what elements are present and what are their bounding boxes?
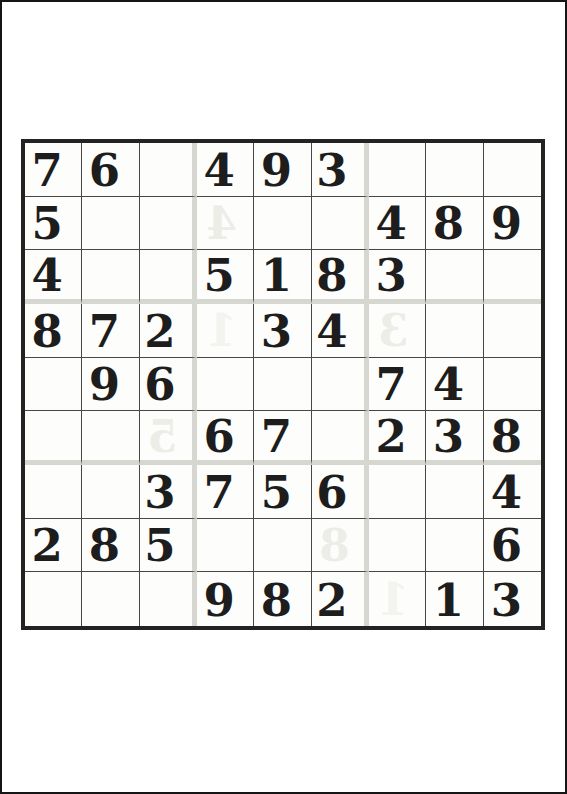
cell-r7c4[interactable]: 7 xyxy=(197,465,254,519)
cell-r3c8[interactable] xyxy=(426,250,483,304)
given-digit: 7 xyxy=(32,148,63,193)
cell-r8c2[interactable]: 8 xyxy=(82,519,139,573)
cell-r8c4[interactable] xyxy=(197,519,254,573)
given-digit: 8 xyxy=(89,523,120,568)
cell-r1c2[interactable]: 6 xyxy=(82,143,139,197)
cell-r2c6[interactable] xyxy=(312,197,369,251)
given-digit: 3 xyxy=(316,148,347,193)
cell-r7c5[interactable]: 5 xyxy=(254,465,311,519)
given-digit: 7 xyxy=(89,309,120,354)
cell-r2c4[interactable]: 4 xyxy=(197,197,254,251)
cell-r6c9[interactable]: 8 xyxy=(484,411,541,465)
given-digit: 7 xyxy=(204,470,235,515)
cell-r7c7[interactable] xyxy=(369,465,426,519)
cell-r7c6[interactable]: 6 xyxy=(312,465,369,519)
cell-r1c5[interactable]: 9 xyxy=(254,143,311,197)
given-digit: 6 xyxy=(144,362,175,407)
cell-r6c4[interactable]: 6 xyxy=(197,411,254,465)
cell-r2c3[interactable] xyxy=(140,197,197,251)
cell-r4c9[interactable] xyxy=(484,304,541,358)
cell-r3c1[interactable]: 4 xyxy=(25,250,82,304)
cell-r8c5[interactable] xyxy=(254,519,311,573)
given-digit: 4 xyxy=(316,309,347,354)
given-digit: 6 xyxy=(204,414,235,459)
cell-r6c2[interactable] xyxy=(82,411,139,465)
cell-r4c3[interactable]: 2 xyxy=(140,304,197,358)
cell-r8c7[interactable] xyxy=(369,519,426,573)
ghost-bleedthrough-digit: 1 xyxy=(378,578,409,622)
cell-r8c9[interactable]: 6 xyxy=(484,519,541,573)
cell-r9c6[interactable]: 2 xyxy=(312,572,369,626)
cell-r2c9[interactable]: 9 xyxy=(484,197,541,251)
given-digit: 7 xyxy=(376,362,407,407)
cell-r7c3[interactable]: 3 xyxy=(140,465,197,519)
given-digit: 3 xyxy=(144,470,175,515)
given-digit: 8 xyxy=(316,253,347,298)
cell-r8c8[interactable] xyxy=(426,519,483,573)
sudoku-grid: 7649354489451838721343967456723837564285… xyxy=(25,143,541,626)
given-digit: 9 xyxy=(491,201,522,246)
given-digit: 5 xyxy=(204,253,235,298)
given-digit: 3 xyxy=(261,309,292,354)
cell-r1c6[interactable]: 3 xyxy=(312,143,369,197)
given-digit: 8 xyxy=(491,414,522,459)
cell-r6c1[interactable] xyxy=(25,411,82,465)
cell-r4c7[interactable]: 3 xyxy=(369,304,426,358)
cell-r5c5[interactable] xyxy=(254,358,311,412)
cell-r4c2[interactable]: 7 xyxy=(82,304,139,358)
sudoku-board: 7649354489451838721343967456723837564285… xyxy=(21,139,545,630)
cell-r7c2[interactable] xyxy=(82,465,139,519)
given-digit: 4 xyxy=(376,201,407,246)
cell-r3c5[interactable]: 1 xyxy=(254,250,311,304)
given-digit: 7 xyxy=(261,414,292,459)
cell-r4c8[interactable] xyxy=(426,304,483,358)
given-digit: 1 xyxy=(261,253,292,298)
cell-r5c2[interactable]: 9 xyxy=(82,358,139,412)
given-digit: 4 xyxy=(204,148,235,193)
cell-r4c1[interactable]: 8 xyxy=(25,304,82,358)
cell-r9c4[interactable]: 9 xyxy=(197,572,254,626)
cell-r6c6[interactable] xyxy=(312,411,369,465)
given-digit: 4 xyxy=(491,470,522,515)
given-digit: 8 xyxy=(261,578,292,623)
cell-r9c7[interactable]: 1 xyxy=(369,572,426,626)
given-digit: 4 xyxy=(32,253,63,298)
given-digit: 6 xyxy=(89,148,120,193)
given-digit: 4 xyxy=(433,362,464,407)
cell-r1c3[interactable] xyxy=(140,143,197,197)
cell-r6c5[interactable]: 7 xyxy=(254,411,311,465)
cell-r8c3[interactable]: 5 xyxy=(140,519,197,573)
cell-r2c1[interactable]: 5 xyxy=(25,197,82,251)
cell-r3c4[interactable]: 5 xyxy=(197,250,254,304)
given-digit: 9 xyxy=(89,362,120,407)
cell-r9c2[interactable] xyxy=(82,572,139,626)
cell-r6c7[interactable]: 2 xyxy=(369,411,426,465)
cell-r5c9[interactable] xyxy=(484,358,541,412)
given-digit: 2 xyxy=(316,578,347,623)
cell-r1c4[interactable]: 4 xyxy=(197,143,254,197)
ghost-bleedthrough-digit: 5 xyxy=(147,415,178,459)
given-digit: 8 xyxy=(433,201,464,246)
given-digit: 6 xyxy=(491,523,522,568)
cell-r4c6[interactable]: 4 xyxy=(312,304,369,358)
cell-r3c2[interactable] xyxy=(82,250,139,304)
cell-r5c4[interactable] xyxy=(197,358,254,412)
cell-r7c1[interactable] xyxy=(25,465,82,519)
cell-r3c7[interactable]: 3 xyxy=(369,250,426,304)
given-digit: 6 xyxy=(316,470,347,515)
given-digit: 1 xyxy=(433,578,464,623)
given-digit: 9 xyxy=(204,578,235,623)
cell-r6c8[interactable]: 3 xyxy=(426,411,483,465)
cell-r7c9[interactable]: 4 xyxy=(484,465,541,519)
cell-r3c3[interactable] xyxy=(140,250,197,304)
ghost-bleedthrough-digit: 1 xyxy=(206,309,237,353)
given-digit: 2 xyxy=(32,523,63,568)
puzzle-page: 7649354489451838721343967456723837564285… xyxy=(0,0,567,794)
ghost-bleedthrough-digit: 4 xyxy=(206,202,237,246)
cell-r2c8[interactable]: 8 xyxy=(426,197,483,251)
cell-r1c7[interactable] xyxy=(369,143,426,197)
given-digit: 2 xyxy=(376,414,407,459)
ghost-bleedthrough-digit: 8 xyxy=(319,524,350,568)
cell-r1c8[interactable] xyxy=(426,143,483,197)
given-digit: 3 xyxy=(433,414,464,459)
cell-r9c9[interactable]: 3 xyxy=(484,572,541,626)
cell-r5c3[interactable]: 6 xyxy=(140,358,197,412)
cell-r8c6[interactable]: 8 xyxy=(312,519,369,573)
cell-r2c5[interactable] xyxy=(254,197,311,251)
cell-r3c6[interactable]: 8 xyxy=(312,250,369,304)
cell-r7c8[interactable] xyxy=(426,465,483,519)
cell-r9c1[interactable] xyxy=(25,572,82,626)
cell-r2c7[interactable]: 4 xyxy=(369,197,426,251)
cell-r5c7[interactable]: 7 xyxy=(369,358,426,412)
given-digit: 5 xyxy=(261,470,292,515)
cell-r4c5[interactable]: 3 xyxy=(254,304,311,358)
cell-r5c6[interactable] xyxy=(312,358,369,412)
given-digit: 9 xyxy=(261,148,292,193)
given-digit: 3 xyxy=(376,253,407,298)
cell-r5c8[interactable]: 4 xyxy=(426,358,483,412)
cell-r1c9[interactable] xyxy=(484,143,541,197)
cell-r6c3[interactable]: 5 xyxy=(140,411,197,465)
cell-r1c1[interactable]: 7 xyxy=(25,143,82,197)
cell-r9c8[interactable]: 1 xyxy=(426,572,483,626)
cell-r5c1[interactable] xyxy=(25,358,82,412)
cell-r9c3[interactable] xyxy=(140,572,197,626)
cell-r2c2[interactable] xyxy=(82,197,139,251)
cell-r9c5[interactable]: 8 xyxy=(254,572,311,626)
given-digit: 5 xyxy=(144,523,175,568)
cell-r4c4[interactable]: 1 xyxy=(197,304,254,358)
ghost-bleedthrough-digit: 3 xyxy=(378,309,409,353)
given-digit: 2 xyxy=(144,309,175,354)
cell-r8c1[interactable]: 2 xyxy=(25,519,82,573)
given-digit: 8 xyxy=(32,309,63,354)
given-digit: 5 xyxy=(32,201,63,246)
given-digit: 3 xyxy=(491,578,522,623)
cell-r3c9[interactable] xyxy=(484,250,541,304)
